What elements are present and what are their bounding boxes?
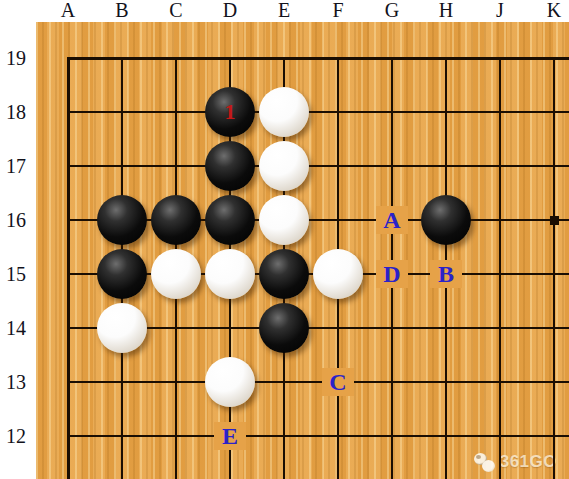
row-label-15: 15 <box>0 262 32 286</box>
stone-white-E18 <box>259 87 309 137</box>
stone-black-B16 <box>97 195 147 245</box>
grid-hline-12 <box>67 435 569 437</box>
grid-vline-A <box>67 57 70 479</box>
col-label-A: A <box>48 0 88 22</box>
row-label-16: 16 <box>0 208 32 232</box>
watermark: 361GO <box>474 451 557 473</box>
row-label-19: 19 <box>0 46 32 70</box>
grid-hline-13 <box>67 381 569 383</box>
row-label-17: 17 <box>0 154 32 178</box>
go-stones-logo-icon <box>474 452 496 472</box>
stone-black-B15 <box>97 249 147 299</box>
grid-hline-19 <box>67 57 569 60</box>
stone-black-D17 <box>205 141 255 191</box>
grid-vline-K <box>553 57 555 479</box>
stone-black-H16 <box>421 195 471 245</box>
col-label-J: J <box>480 0 520 22</box>
stone-white-B14 <box>97 303 147 353</box>
stone-white-F15 <box>313 249 363 299</box>
stone-white-C15 <box>151 249 201 299</box>
stone-black-C16 <box>151 195 201 245</box>
point-label-E-D12: E <box>214 422 246 450</box>
row-label-14: 14 <box>0 316 32 340</box>
stone-black-D16 <box>205 195 255 245</box>
star-point-K16 <box>550 216 559 225</box>
point-label-A-G16: A <box>376 206 408 234</box>
grid-vline-J <box>499 57 501 479</box>
col-label-D: D <box>210 0 250 22</box>
point-label-D-G15: D <box>376 260 408 288</box>
stone-black-E14 <box>259 303 309 353</box>
col-label-B: B <box>102 0 142 22</box>
col-label-H: H <box>426 0 466 22</box>
col-label-E: E <box>264 0 304 22</box>
grid-hline-18 <box>67 111 569 113</box>
col-label-K: K <box>534 0 569 22</box>
point-label-C-F13: C <box>322 368 354 396</box>
col-label-C: C <box>156 0 196 22</box>
stone-white-E16 <box>259 195 309 245</box>
go-board: 361GO 1ABCDE <box>36 22 569 479</box>
go-diagram-screenshot: ABCDEFGHJK 1918171615141312 361GO 1ABCDE <box>0 0 569 479</box>
watermark-text: 361GO <box>500 452 557 472</box>
move-number-label: 1 <box>205 87 255 137</box>
col-label-G: G <box>372 0 412 22</box>
point-label-B-H15: B <box>430 260 462 288</box>
grid-hline-17 <box>67 165 569 167</box>
stone-white-D13 <box>205 357 255 407</box>
stone-white-E17 <box>259 141 309 191</box>
row-label-18: 18 <box>0 100 32 124</box>
stone-black-E15 <box>259 249 309 299</box>
stone-white-D15 <box>205 249 255 299</box>
stone-black-D18: 1 <box>205 87 255 137</box>
col-label-F: F <box>318 0 358 22</box>
row-label-12: 12 <box>0 424 32 448</box>
row-label-13: 13 <box>0 370 32 394</box>
